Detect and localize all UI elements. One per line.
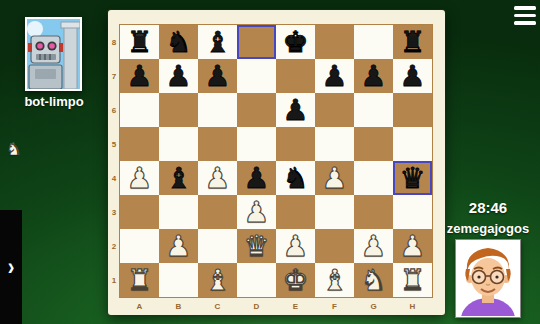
square-a2[interactable] (120, 229, 159, 263)
square-b6[interactable] (159, 93, 198, 127)
square-g8[interactable] (354, 25, 393, 59)
opponent-avatar (25, 17, 82, 91)
black-king[interactable]: ♚ (283, 25, 309, 59)
robot-avatar-image (27, 19, 80, 89)
square-c7[interactable]: ♟ (198, 59, 237, 93)
square-c5[interactable] (198, 127, 237, 161)
square-f3[interactable] (315, 195, 354, 229)
white-pawn[interactable]: ♟ (127, 161, 153, 195)
black-bishop[interactable]: ♝ (166, 161, 192, 195)
square-a8[interactable]: ♜ (120, 25, 159, 59)
square-b7[interactable]: ♟ (159, 59, 198, 93)
rank-label-3: 3 (108, 195, 120, 229)
square-d1[interactable] (237, 263, 276, 297)
square-g7[interactable]: ♟ (354, 59, 393, 93)
square-d7[interactable] (237, 59, 276, 93)
square-b8[interactable]: ♞ (159, 25, 198, 59)
file-label-d: D (237, 299, 276, 313)
white-pawn[interactable]: ♟ (244, 195, 270, 229)
square-c6[interactable] (198, 93, 237, 127)
white-queen[interactable]: ♛ (244, 229, 270, 263)
square-d8[interactable] (237, 25, 276, 59)
square-h8[interactable]: ♜ (393, 25, 432, 59)
board-squares: ♜♞♝♚♜♟♟♟♟♟♟♟♟♝♟♟♞♟♛♟♟♛♟♟♟♜♝♚♝♞♜ (120, 25, 432, 297)
square-a5[interactable] (120, 127, 159, 161)
square-a1[interactable]: ♜ (120, 263, 159, 297)
white-pawn[interactable]: ♟ (361, 229, 387, 263)
file-label-g: G (354, 299, 393, 313)
white-pawn[interactable]: ♟ (322, 161, 348, 195)
file-label-h: H (393, 299, 432, 313)
opponent-name: bot-limpo (0, 94, 108, 109)
square-d6[interactable] (237, 93, 276, 127)
rank-label-4: 4 (108, 161, 120, 195)
file-label-e: E (276, 299, 315, 313)
square-g1[interactable]: ♞ (354, 263, 393, 297)
player-clock: 28:46 (440, 199, 536, 216)
square-a4[interactable]: ♟ (120, 161, 159, 195)
square-g3[interactable] (354, 195, 393, 229)
chevron-right-icon: › (8, 255, 15, 279)
black-pawn[interactable]: ♟ (244, 161, 270, 195)
player-avatar (455, 239, 521, 318)
square-c2[interactable] (198, 229, 237, 263)
file-label-a: A (120, 299, 159, 313)
square-e8[interactable]: ♚ (276, 25, 315, 59)
white-rook[interactable]: ♜ (127, 263, 153, 297)
square-e4[interactable]: ♞ (276, 161, 315, 195)
square-h3[interactable] (393, 195, 432, 229)
square-e5[interactable] (276, 127, 315, 161)
man-glasses-avatar-image (457, 241, 519, 316)
square-h6[interactable] (393, 93, 432, 127)
square-a3[interactable] (120, 195, 159, 229)
square-h5[interactable] (393, 127, 432, 161)
black-pawn[interactable]: ♟ (166, 59, 192, 93)
black-pawn[interactable]: ♟ (127, 59, 153, 93)
square-f6[interactable] (315, 93, 354, 127)
square-g5[interactable] (354, 127, 393, 161)
square-e6[interactable]: ♟ (276, 93, 315, 127)
square-b5[interactable] (159, 127, 198, 161)
rank-label-5: 5 (108, 127, 120, 161)
black-knight[interactable]: ♞ (283, 161, 309, 195)
square-f4[interactable]: ♟ (315, 161, 354, 195)
chess-board: 87654321 ♜♞♝♚♜♟♟♟♟♟♟♟♟♝♟♟♞♟♛♟♟♛♟♟♟♜♝♚♝♞♜… (108, 10, 445, 315)
square-e7[interactable] (276, 59, 315, 93)
square-d3[interactable]: ♟ (237, 195, 276, 229)
square-a7[interactable]: ♟ (120, 59, 159, 93)
black-pawn[interactable]: ♟ (205, 59, 231, 93)
square-d4[interactable]: ♟ (237, 161, 276, 195)
square-f7[interactable]: ♟ (315, 59, 354, 93)
square-b3[interactable] (159, 195, 198, 229)
square-e2[interactable]: ♟ (276, 229, 315, 263)
file-label-c: C (198, 299, 237, 313)
square-d5[interactable] (237, 127, 276, 161)
square-c4[interactable]: ♟ (198, 161, 237, 195)
square-g2[interactable]: ♟ (354, 229, 393, 263)
square-h7[interactable]: ♟ (393, 59, 432, 93)
square-h1[interactable]: ♜ (393, 263, 432, 297)
player-name: zemegajogos (440, 221, 536, 236)
square-g4[interactable] (354, 161, 393, 195)
white-pawn[interactable]: ♟ (205, 161, 231, 195)
white-bishop[interactable]: ♝ (322, 263, 348, 297)
square-b1[interactable] (159, 263, 198, 297)
rank-label-6: 6 (108, 93, 120, 127)
black-rook[interactable]: ♜ (127, 25, 153, 59)
square-d2[interactable]: ♛ (237, 229, 276, 263)
square-h2[interactable]: ♟ (393, 229, 432, 263)
square-c1[interactable]: ♝ (198, 263, 237, 297)
black-pawn[interactable]: ♟ (322, 59, 348, 93)
black-bishop[interactable]: ♝ (205, 25, 231, 59)
square-g6[interactable] (354, 93, 393, 127)
black-pawn[interactable]: ♟ (361, 59, 387, 93)
rank-label-1: 1 (108, 263, 120, 297)
side-panel-expand-button[interactable]: › (0, 210, 22, 324)
rank-label-8: 8 (108, 25, 120, 59)
square-c3[interactable] (198, 195, 237, 229)
square-a6[interactable] (120, 93, 159, 127)
file-labels: ABCDEFGH (120, 299, 432, 313)
rank-label-2: 2 (108, 229, 120, 263)
captured-pieces-tray: ♞ (6, 139, 21, 159)
white-pawn[interactable]: ♟ (400, 229, 426, 263)
black-rook[interactable]: ♜ (400, 25, 426, 59)
captured-white-knight: ♞ (6, 139, 21, 159)
square-e1[interactable]: ♚ (276, 263, 315, 297)
file-label-b: B (159, 299, 198, 313)
black-pawn[interactable]: ♟ (400, 59, 426, 93)
black-pawn[interactable]: ♟ (283, 93, 309, 127)
square-f5[interactable] (315, 127, 354, 161)
black-queen[interactable]: ♛ (400, 161, 426, 195)
rank-label-7: 7 (108, 59, 120, 93)
square-f2[interactable] (315, 229, 354, 263)
square-b4[interactable]: ♝ (159, 161, 198, 195)
white-king[interactable]: ♚ (283, 263, 309, 297)
square-e3[interactable] (276, 195, 315, 229)
square-b2[interactable]: ♟ (159, 229, 198, 263)
square-c8[interactable]: ♝ (198, 25, 237, 59)
white-bishop[interactable]: ♝ (205, 263, 231, 297)
file-label-f: F (315, 299, 354, 313)
rank-labels: 87654321 (108, 25, 120, 297)
white-pawn[interactable]: ♟ (166, 229, 192, 263)
square-f1[interactable]: ♝ (315, 263, 354, 297)
square-f8[interactable] (315, 25, 354, 59)
white-rook[interactable]: ♜ (400, 263, 426, 297)
hamburger-menu-icon[interactable] (514, 6, 536, 25)
game-screen: 87654321 ♜♞♝♚♜♟♟♟♟♟♟♟♟♝♟♟♞♟♛♟♟♛♟♟♟♜♝♚♝♞♜… (0, 0, 540, 324)
square-h4[interactable]: ♛ (393, 161, 432, 195)
white-pawn[interactable]: ♟ (283, 229, 309, 263)
white-knight[interactable]: ♞ (361, 263, 387, 297)
black-knight[interactable]: ♞ (166, 25, 192, 59)
